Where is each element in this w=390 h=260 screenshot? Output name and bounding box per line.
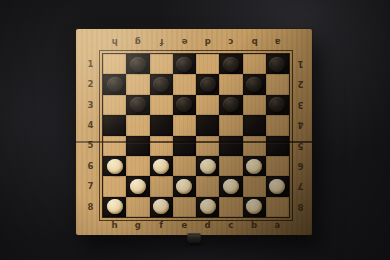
square-a1[interactable] [266, 54, 289, 74]
checker-light-d8[interactable] [200, 199, 216, 214]
file-label-top-a: a [266, 35, 289, 48]
file-label-top-e: e [173, 35, 196, 48]
checker-dark-e3[interactable] [176, 97, 192, 112]
rank-label-left-3: 3 [83, 95, 98, 115]
square-c3[interactable] [219, 95, 242, 115]
rank-label-left-5: 5 [83, 136, 98, 156]
square-a6[interactable] [266, 156, 289, 176]
rank-label-right-5: 5 [293, 136, 308, 156]
checker-dark-a3[interactable] [269, 97, 285, 112]
rank-label-right-4: 4 [293, 115, 308, 135]
square-f7[interactable] [150, 176, 173, 196]
square-e3[interactable] [173, 95, 196, 115]
square-b1[interactable] [243, 54, 266, 74]
square-h8[interactable] [103, 197, 126, 217]
rank-labels-left: 12345678 [83, 54, 98, 217]
square-g5[interactable] [126, 136, 149, 156]
file-labels-top: hgfedcba [103, 35, 289, 48]
square-b8[interactable] [243, 197, 266, 217]
square-g8[interactable] [126, 197, 149, 217]
rank-label-left-2: 2 [83, 74, 98, 94]
checker-dark-g3[interactable] [130, 97, 146, 112]
rank-label-right-6: 6 [293, 156, 308, 176]
checker-dark-a1[interactable] [269, 57, 285, 72]
square-b2[interactable] [243, 74, 266, 94]
checker-light-h8[interactable] [107, 199, 123, 214]
square-c7[interactable] [219, 176, 242, 196]
square-a7[interactable] [266, 176, 289, 196]
tabletop-background: hgfedcba hgfedcba 12345678 12345678 [0, 0, 390, 260]
square-g1[interactable] [126, 54, 149, 74]
square-e7[interactable] [173, 176, 196, 196]
file-label-bottom-e: e [173, 219, 196, 232]
square-f1[interactable] [150, 54, 173, 74]
file-label-top-h: h [103, 35, 126, 48]
square-d2[interactable] [196, 74, 219, 94]
checker-light-d6[interactable] [200, 159, 216, 174]
checker-dark-b2[interactable] [246, 77, 262, 92]
square-c1[interactable] [219, 54, 242, 74]
checker-light-b8[interactable] [246, 199, 262, 214]
checker-dark-c1[interactable] [223, 57, 239, 72]
checker-dark-d2[interactable] [200, 77, 216, 92]
square-g7[interactable] [126, 176, 149, 196]
square-g6[interactable] [126, 156, 149, 176]
square-g4[interactable] [126, 115, 149, 135]
rank-label-left-4: 4 [83, 115, 98, 135]
rank-label-left-8: 8 [83, 197, 98, 217]
square-b6[interactable] [243, 156, 266, 176]
square-c2[interactable] [219, 74, 242, 94]
checker-light-a7[interactable] [269, 179, 285, 194]
file-label-top-c: c [219, 35, 242, 48]
square-h5[interactable] [103, 136, 126, 156]
rank-label-right-8: 8 [293, 197, 308, 217]
checker-dark-f2[interactable] [153, 77, 169, 92]
square-a3[interactable] [266, 95, 289, 115]
file-label-bottom-c: c [219, 219, 242, 232]
checker-dark-c3[interactable] [223, 97, 239, 112]
checker-light-f6[interactable] [153, 159, 169, 174]
square-e8[interactable] [173, 197, 196, 217]
square-d8[interactable] [196, 197, 219, 217]
square-c6[interactable] [219, 156, 242, 176]
square-d1[interactable] [196, 54, 219, 74]
square-e6[interactable] [173, 156, 196, 176]
square-c5[interactable] [219, 136, 242, 156]
rank-label-right-2: 2 [293, 74, 308, 94]
rank-label-right-3: 3 [293, 95, 308, 115]
square-b7[interactable] [243, 176, 266, 196]
file-label-bottom-h: h [103, 219, 126, 232]
square-b4[interactable] [243, 115, 266, 135]
square-a4[interactable] [266, 115, 289, 135]
rank-label-right-1: 1 [293, 54, 308, 74]
square-f6[interactable] [150, 156, 173, 176]
square-c4[interactable] [219, 115, 242, 135]
square-f8[interactable] [150, 197, 173, 217]
square-f5[interactable] [150, 136, 173, 156]
rank-labels-right: 12345678 [293, 54, 308, 217]
checker-light-h6[interactable] [107, 159, 123, 174]
checker-light-g7[interactable] [130, 179, 146, 194]
file-label-top-g: g [126, 35, 149, 48]
file-label-top-d: d [196, 35, 219, 48]
square-h6[interactable] [103, 156, 126, 176]
square-e1[interactable] [173, 54, 196, 74]
checker-light-b6[interactable] [246, 159, 262, 174]
square-g2[interactable] [126, 74, 149, 94]
file-label-bottom-b: b [243, 219, 266, 232]
square-h4[interactable] [103, 115, 126, 135]
square-g3[interactable] [126, 95, 149, 115]
square-c8[interactable] [219, 197, 242, 217]
square-e4[interactable] [173, 115, 196, 135]
square-d3[interactable] [196, 95, 219, 115]
file-label-bottom-d: d [196, 219, 219, 232]
board-grid [102, 53, 290, 218]
square-e5[interactable] [173, 136, 196, 156]
square-a8[interactable] [266, 197, 289, 217]
rank-label-right-7: 7 [293, 176, 308, 196]
checker-light-f8[interactable] [153, 199, 169, 214]
checker-dark-e1[interactable] [176, 57, 192, 72]
file-labels-bottom: hgfedcba [103, 219, 289, 232]
board-latch [188, 233, 201, 243]
board-inner-frame [99, 50, 293, 221]
square-a5[interactable] [266, 136, 289, 156]
checker-light-e7[interactable] [176, 179, 192, 194]
square-a2[interactable] [266, 74, 289, 94]
checker-light-c7[interactable] [223, 179, 239, 194]
file-label-bottom-a: a [266, 219, 289, 232]
square-b5[interactable] [243, 136, 266, 156]
file-label-top-f: f [150, 35, 173, 48]
square-d4[interactable] [196, 115, 219, 135]
file-label-bottom-f: f [150, 219, 173, 232]
checker-dark-h2[interactable] [107, 77, 123, 92]
rank-label-left-7: 7 [83, 176, 98, 196]
square-f2[interactable] [150, 74, 173, 94]
square-d5[interactable] [196, 136, 219, 156]
checkerboard: hgfedcba hgfedcba 12345678 12345678 [76, 29, 312, 235]
square-b3[interactable] [243, 95, 266, 115]
file-label-top-b: b [243, 35, 266, 48]
square-d7[interactable] [196, 176, 219, 196]
rank-label-left-1: 1 [83, 54, 98, 74]
square-h3[interactable] [103, 95, 126, 115]
board-hinge-seam [76, 141, 312, 143]
square-f3[interactable] [150, 95, 173, 115]
rank-label-left-6: 6 [83, 156, 98, 176]
square-h7[interactable] [103, 176, 126, 196]
square-h1[interactable] [103, 54, 126, 74]
square-d6[interactable] [196, 156, 219, 176]
square-h2[interactable] [103, 74, 126, 94]
checker-dark-g1[interactable] [130, 57, 146, 72]
file-label-bottom-g: g [126, 219, 149, 232]
square-e2[interactable] [173, 74, 196, 94]
square-f4[interactable] [150, 115, 173, 135]
